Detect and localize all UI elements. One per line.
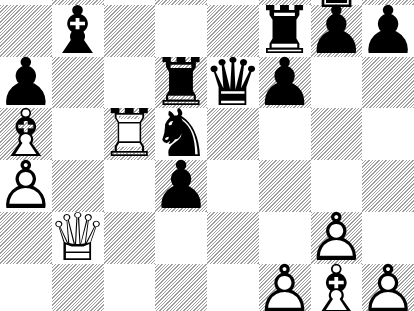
square-a2[interactable] bbox=[0, 264, 52, 311]
chessboard: ♚♝♜♟♟♟♜♛♟♝♗♜♖♞♟♙♟♛♕♟♙♟♙♝♗♟♙ bbox=[0, 0, 414, 311]
square-c2[interactable] bbox=[104, 264, 156, 311]
chessboard-viewport: ♚♝♜♟♟♟♜♛♟♝♗♜♖♞♟♙♟♛♕♟♙♟♙♝♗♟♙ bbox=[0, 0, 414, 311]
piece-white-pawn-f2[interactable]: ♟♙ bbox=[255, 264, 314, 311]
piece-black-bishop-b7[interactable]: ♝ bbox=[48, 5, 107, 57]
square-a4[interactable]: ♟♙ bbox=[0, 160, 52, 212]
white-pawn-glyph: ♙ bbox=[359, 251, 414, 311]
piece-black-pawn-g7[interactable]: ♟ bbox=[307, 5, 366, 57]
square-c5[interactable]: ♜♖ bbox=[104, 108, 156, 160]
square-h7[interactable]: ♟ bbox=[362, 5, 414, 57]
square-e3[interactable] bbox=[207, 212, 259, 264]
square-d2[interactable] bbox=[155, 264, 207, 311]
white-pawn-glyph: ♙ bbox=[255, 251, 314, 311]
square-e2[interactable] bbox=[207, 264, 259, 311]
piece-black-pawn-d4[interactable]: ♟ bbox=[152, 160, 211, 212]
square-g7[interactable]: ♟ bbox=[311, 5, 363, 57]
square-f4[interactable] bbox=[259, 160, 311, 212]
piece-white-rook-c5[interactable]: ♜♖ bbox=[100, 108, 159, 160]
piece-white-pawn-h2[interactable]: ♟♙ bbox=[359, 264, 414, 311]
square-c7[interactable] bbox=[104, 5, 156, 57]
piece-black-pawn-f6[interactable]: ♟ bbox=[255, 57, 314, 109]
square-e4[interactable] bbox=[207, 160, 259, 212]
piece-white-bishop-g2[interactable]: ♝♗ bbox=[307, 264, 366, 311]
square-c3[interactable] bbox=[104, 212, 156, 264]
square-f6[interactable]: ♟ bbox=[259, 57, 311, 109]
square-h4[interactable] bbox=[362, 160, 414, 212]
square-h5[interactable] bbox=[362, 108, 414, 160]
piece-white-queen-b3[interactable]: ♛♕ bbox=[48, 212, 107, 264]
square-f2[interactable]: ♟♙ bbox=[259, 264, 311, 311]
square-g2[interactable]: ♝♗ bbox=[311, 264, 363, 311]
white-bishop-glyph: ♗ bbox=[307, 251, 366, 311]
square-h2[interactable]: ♟♙ bbox=[362, 264, 414, 311]
white-rook-glyph: ♖ bbox=[100, 95, 159, 172]
piece-black-queen-e6[interactable]: ♛ bbox=[203, 57, 262, 109]
square-g5[interactable] bbox=[311, 108, 363, 160]
white-queen-glyph: ♕ bbox=[48, 199, 107, 276]
square-b3[interactable]: ♛♕ bbox=[52, 212, 104, 264]
square-d4[interactable]: ♟ bbox=[155, 160, 207, 212]
square-b5[interactable] bbox=[52, 108, 104, 160]
piece-black-pawn-h7[interactable]: ♟ bbox=[359, 5, 414, 57]
square-e6[interactable]: ♛ bbox=[207, 57, 259, 109]
square-b7[interactable]: ♝ bbox=[52, 5, 104, 57]
